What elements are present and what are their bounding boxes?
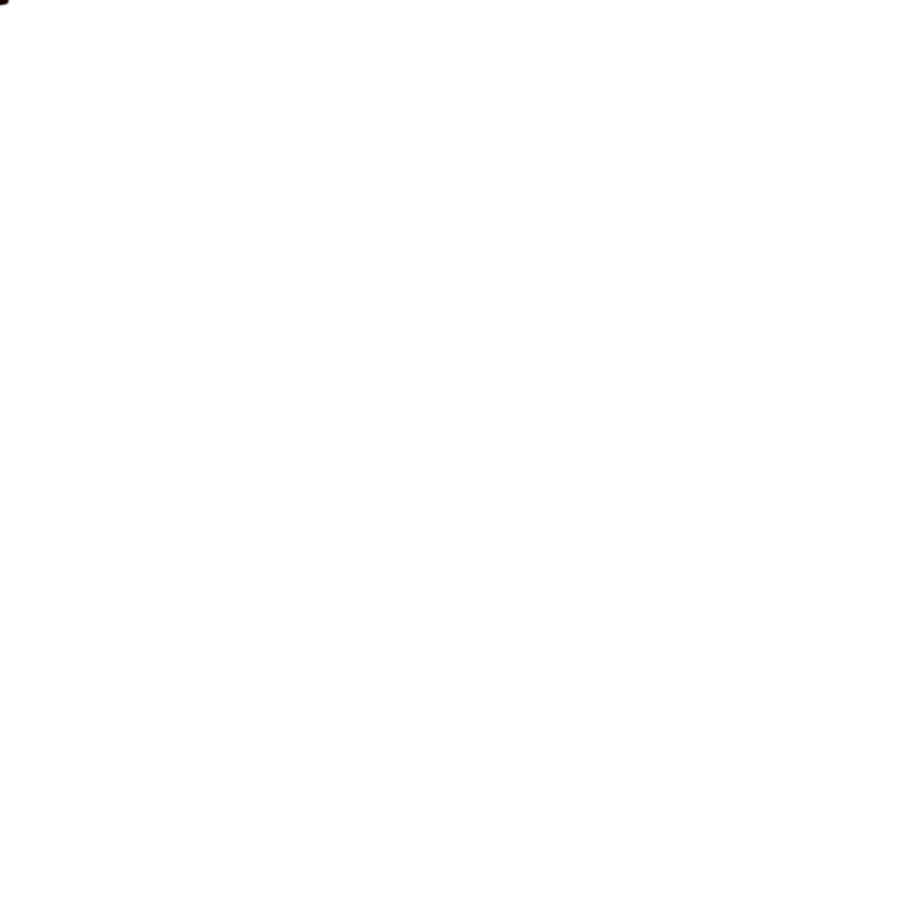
chess-set-photo: ♜♞♝♛♚♝♜♟♟♟♟♟♟♟♟♞♜♝♛♚♝♞♜♟♟♟♟♟♟♟♟♞ [0,0,900,900]
chess-board [0,0,900,900]
